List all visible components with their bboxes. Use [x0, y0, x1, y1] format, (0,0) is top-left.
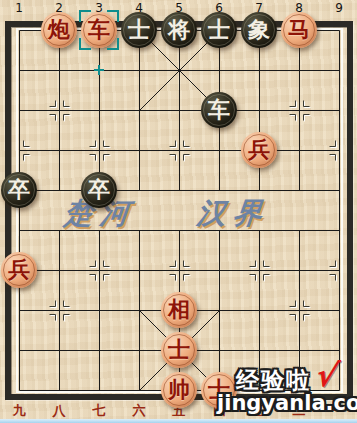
intersection-3-4: 卒	[79, 170, 119, 210]
piece-red-elephant[interactable]: 相	[161, 292, 197, 328]
intersection-2-0: 炮	[39, 10, 79, 50]
intersection-8-0: 马	[279, 10, 319, 50]
piece-red-advisor[interactable]: 士	[161, 332, 197, 368]
piece-black-advisor[interactable]: 士	[121, 12, 157, 48]
piece-red-cannon[interactable]: 炮	[41, 12, 77, 48]
intersection-1-4: 卒	[0, 170, 39, 210]
piece-red-horse[interactable]: 马	[281, 12, 317, 48]
intersection-3-0: 车	[79, 10, 119, 50]
piece-black-general[interactable]: 将	[161, 12, 197, 48]
piece-black-soldier[interactable]: 卒	[81, 172, 117, 208]
intersection-5-0: 将	[159, 10, 199, 50]
piece-red-general[interactable]: 帅	[161, 372, 197, 408]
piece-red-soldier[interactable]: 兵	[241, 132, 277, 168]
watermark-checkmark-icon: √	[314, 357, 335, 393]
intersection-6-2: 车	[199, 90, 239, 130]
pieces-layer: 炮车士将士象马车兵卒卒兵相士帅士	[0, 10, 357, 410]
bottom-blue-strip	[0, 419, 357, 423]
watermark-domain: jingyanla.com	[217, 391, 357, 415]
intersection-4-0: 士	[119, 10, 159, 50]
intersection-6-0: 士	[199, 10, 239, 50]
xiangqi-board-screenshot: 123456789 楚河 汉界 炮车士将士象马车兵卒卒兵相士帅士 九八七六五四三…	[0, 0, 357, 423]
piece-red-chariot[interactable]: 车	[81, 12, 117, 48]
intersection-5-9: 帅	[159, 370, 199, 410]
intersection-5-8: 士	[159, 330, 199, 370]
piece-black-elephant[interactable]: 象	[241, 12, 277, 48]
piece-black-chariot[interactable]: 车	[201, 92, 237, 128]
intersection-7-3: 兵	[239, 130, 279, 170]
intersection-7-0: 象	[239, 10, 279, 50]
piece-red-soldier[interactable]: 兵	[1, 252, 37, 288]
piece-black-advisor[interactable]: 士	[201, 12, 237, 48]
piece-black-soldier[interactable]: 卒	[1, 172, 37, 208]
intersection-1-6: 兵	[0, 250, 39, 290]
intersection-5-7: 相	[159, 290, 199, 330]
